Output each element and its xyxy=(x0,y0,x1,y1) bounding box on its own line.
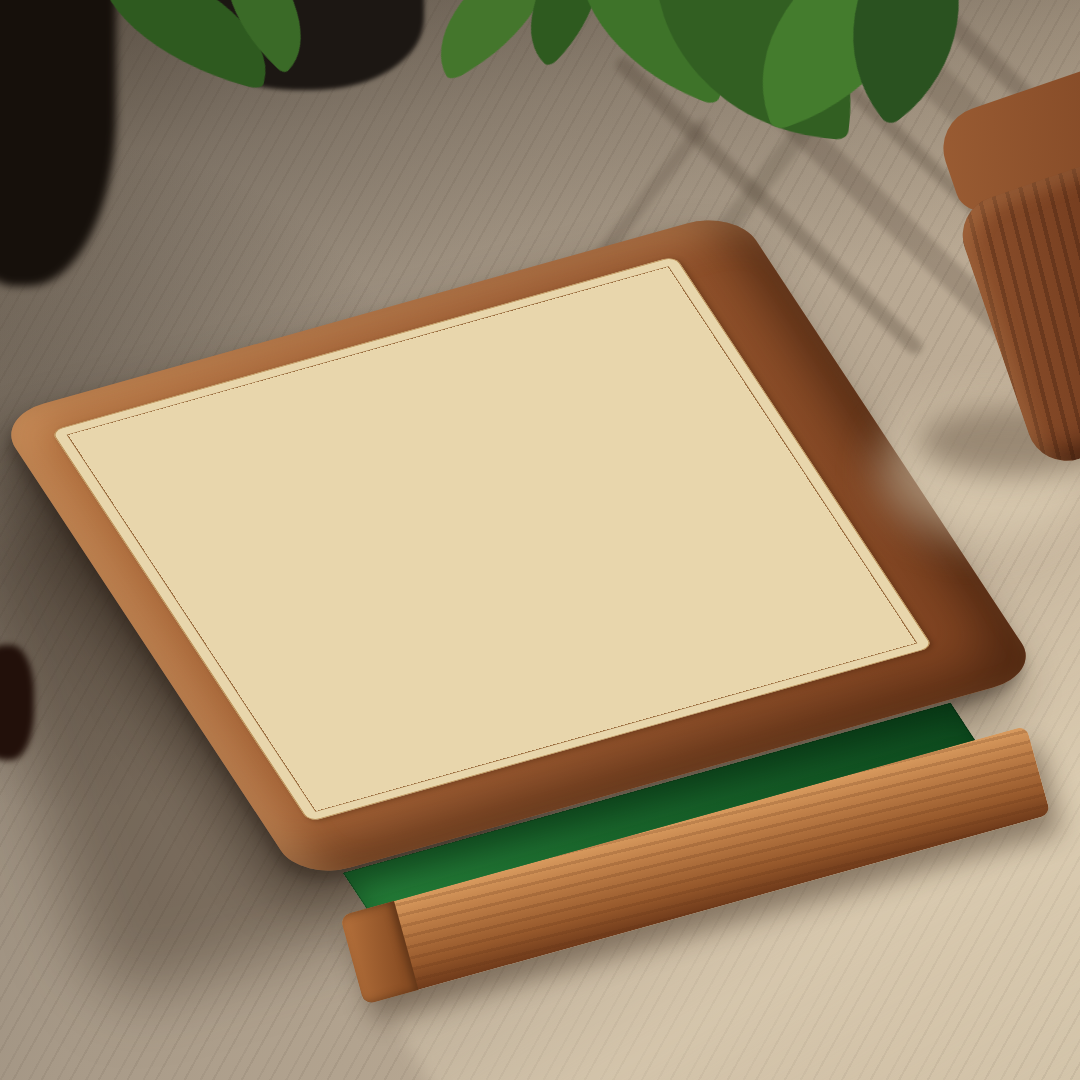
pieces-layer xyxy=(0,0,1080,1080)
scene xyxy=(0,0,1080,1080)
